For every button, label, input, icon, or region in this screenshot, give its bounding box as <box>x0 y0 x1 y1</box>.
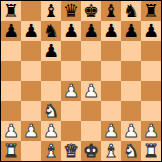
white-pawn-b2[interactable]: ♟ <box>23 122 39 140</box>
square-a1[interactable]: ♜ <box>1 141 21 161</box>
square-a8[interactable]: ♜ <box>1 1 21 21</box>
square-f7[interactable]: ♟ <box>101 21 121 41</box>
square-h1[interactable]: ♜ <box>141 141 161 161</box>
black-pawn-c6[interactable]: ♟ <box>43 42 59 60</box>
square-d8[interactable]: ♛ <box>61 1 81 21</box>
square-h8[interactable]: ♜ <box>141 1 161 21</box>
black-pawn-d7[interactable]: ♟ <box>63 22 79 40</box>
square-d4[interactable]: ♟ <box>61 81 81 101</box>
white-knight-g1[interactable]: ♞ <box>123 142 139 160</box>
square-b4[interactable] <box>21 81 41 101</box>
white-bishop-f1[interactable]: ♝ <box>103 142 119 160</box>
square-f2[interactable]: ♟ <box>101 121 121 141</box>
square-c8[interactable]: ♝ <box>41 1 61 21</box>
square-d3[interactable] <box>61 101 81 121</box>
square-f6[interactable] <box>101 41 121 61</box>
square-c1[interactable]: ♝ <box>41 141 61 161</box>
black-pawn-g7[interactable]: ♟ <box>123 22 139 40</box>
white-pawn-e4[interactable]: ♟ <box>83 82 99 100</box>
square-c2[interactable]: ♟ <box>41 121 61 141</box>
white-pawn-c2[interactable]: ♟ <box>43 122 59 140</box>
square-h3[interactable] <box>141 101 161 121</box>
square-f8[interactable]: ♝ <box>101 1 121 21</box>
white-pawn-f2[interactable]: ♟ <box>103 122 119 140</box>
black-pawn-e7[interactable]: ♟ <box>83 22 99 40</box>
square-f4[interactable] <box>101 81 121 101</box>
square-e6[interactable] <box>81 41 101 61</box>
square-e1[interactable]: ♚ <box>81 141 101 161</box>
square-c7[interactable]: ♞ <box>41 21 61 41</box>
black-rook-a8[interactable]: ♜ <box>3 2 19 20</box>
square-g6[interactable] <box>121 41 141 61</box>
white-bishop-c1[interactable]: ♝ <box>43 142 59 160</box>
square-d6[interactable] <box>61 41 81 61</box>
square-c5[interactable] <box>41 61 61 81</box>
square-h6[interactable] <box>141 41 161 61</box>
square-g3[interactable] <box>121 101 141 121</box>
black-knight-c7[interactable]: ♞ <box>43 22 59 40</box>
square-a3[interactable] <box>1 101 21 121</box>
square-c3[interactable]: ♞ <box>41 101 61 121</box>
black-bishop-c8[interactable]: ♝ <box>43 2 59 20</box>
square-f3[interactable] <box>101 101 121 121</box>
white-rook-h1[interactable]: ♜ <box>143 142 159 160</box>
square-g1[interactable]: ♞ <box>121 141 141 161</box>
square-f5[interactable] <box>101 61 121 81</box>
white-pawn-g2[interactable]: ♟ <box>123 122 139 140</box>
square-g7[interactable]: ♟ <box>121 21 141 41</box>
white-rook-a1[interactable]: ♜ <box>3 142 19 160</box>
square-e3[interactable] <box>81 101 101 121</box>
square-g8[interactable]: ♞ <box>121 1 141 21</box>
black-rook-h8[interactable]: ♜ <box>143 2 159 20</box>
square-g2[interactable]: ♟ <box>121 121 141 141</box>
square-c6[interactable]: ♟ <box>41 41 61 61</box>
white-pawn-h2[interactable]: ♟ <box>143 122 159 140</box>
black-bishop-f8[interactable]: ♝ <box>103 2 119 20</box>
square-b3[interactable] <box>21 101 41 121</box>
square-e8[interactable]: ♚ <box>81 1 101 21</box>
square-b1[interactable] <box>21 141 41 161</box>
square-d5[interactable] <box>61 61 81 81</box>
square-a2[interactable]: ♟ <box>1 121 21 141</box>
square-c4[interactable] <box>41 81 61 101</box>
square-a7[interactable]: ♟ <box>1 21 21 41</box>
square-a4[interactable] <box>1 81 21 101</box>
white-pawn-a2[interactable]: ♟ <box>3 122 19 140</box>
black-pawn-b7[interactable]: ♟ <box>23 22 39 40</box>
square-h2[interactable]: ♟ <box>141 121 161 141</box>
black-pawn-f7[interactable]: ♟ <box>103 22 119 40</box>
black-pawn-a7[interactable]: ♟ <box>3 22 19 40</box>
square-h5[interactable] <box>141 61 161 81</box>
square-e7[interactable]: ♟ <box>81 21 101 41</box>
square-h7[interactable]: ♟ <box>141 21 161 41</box>
square-a6[interactable] <box>1 41 21 61</box>
square-d1[interactable]: ♛ <box>61 141 81 161</box>
black-queen-d8[interactable]: ♛ <box>63 2 79 20</box>
square-b6[interactable] <box>21 41 41 61</box>
square-b7[interactable]: ♟ <box>21 21 41 41</box>
square-e4[interactable]: ♟ <box>81 81 101 101</box>
white-pawn-d4[interactable]: ♟ <box>63 82 79 100</box>
square-b8[interactable] <box>21 1 41 21</box>
square-d2[interactable] <box>61 121 81 141</box>
square-a5[interactable] <box>1 61 21 81</box>
black-pawn-h7[interactable]: ♟ <box>143 22 159 40</box>
white-knight-c3[interactable]: ♞ <box>43 102 59 120</box>
square-e5[interactable] <box>81 61 101 81</box>
square-b2[interactable]: ♟ <box>21 121 41 141</box>
square-f1[interactable]: ♝ <box>101 141 121 161</box>
square-g4[interactable] <box>121 81 141 101</box>
chess-board: ♜♝♛♚♝♞♜♟♟♞♟♟♟♟♟♟♟♟♞♟♟♟♟♟♟♜♝♛♚♝♞♜ <box>0 0 162 162</box>
white-queen-d1[interactable]: ♛ <box>63 142 79 160</box>
square-g5[interactable] <box>121 61 141 81</box>
black-king-e8[interactable]: ♚ <box>83 2 99 20</box>
white-king-e1[interactable]: ♚ <box>83 142 99 160</box>
square-d7[interactable]: ♟ <box>61 21 81 41</box>
black-knight-g8[interactable]: ♞ <box>123 2 139 20</box>
square-e2[interactable] <box>81 121 101 141</box>
square-h4[interactable] <box>141 81 161 101</box>
square-b5[interactable] <box>21 61 41 81</box>
